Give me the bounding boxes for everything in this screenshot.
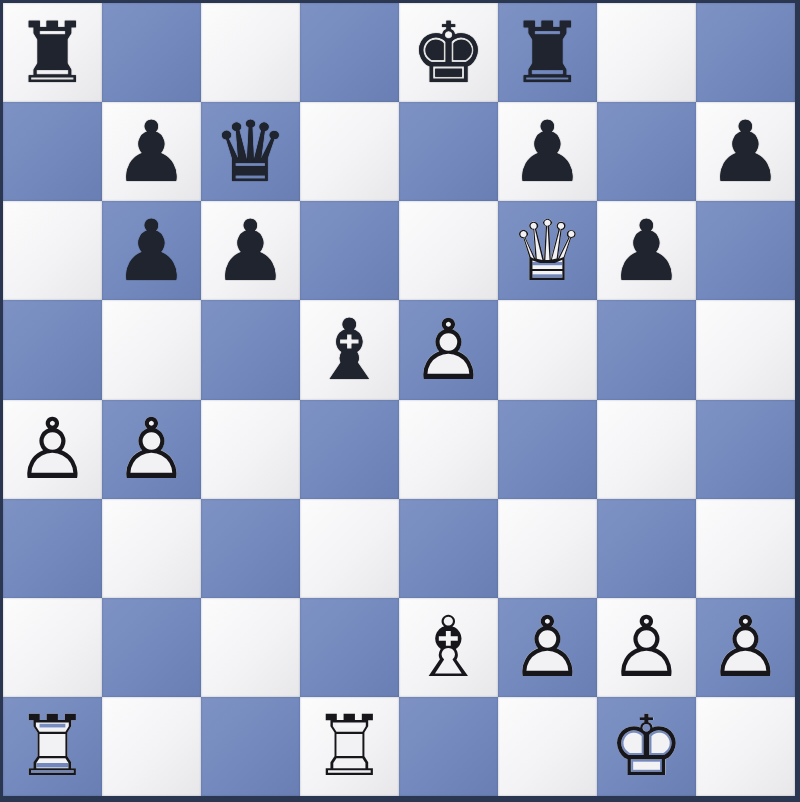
square-e8[interactable]: ♚♔	[399, 3, 498, 102]
square-a2[interactable]	[3, 598, 102, 697]
square-f8[interactable]: ♜♖	[498, 3, 597, 102]
square-d2[interactable]	[300, 598, 399, 697]
square-g6[interactable]: ♟♙	[597, 201, 696, 300]
piece-white-bishop[interactable]: ♝♗	[399, 598, 498, 697]
square-d6[interactable]	[300, 201, 399, 300]
square-b5[interactable]	[102, 300, 201, 399]
piece-white-pawn[interactable]: ♟♙	[3, 400, 102, 499]
square-h3[interactable]	[696, 499, 795, 598]
square-d3[interactable]	[300, 499, 399, 598]
square-b2[interactable]	[102, 598, 201, 697]
square-e2[interactable]: ♝♗	[399, 598, 498, 697]
board-frame: ♜♖♚♔♜♖♟♙♛♕♟♙♟♙♟♙♟♙♛♕♟♙♝♗♟♙♟♙♟♙♝♗♟♙♟♙♟♙♜♖…	[0, 0, 800, 802]
rook-glyph-outline: ♖	[498, 3, 597, 102]
king-glyph-outline: ♔	[597, 697, 696, 796]
square-c3[interactable]	[201, 499, 300, 598]
square-b4[interactable]: ♟♙	[102, 400, 201, 499]
piece-black-pawn[interactable]: ♟♙	[201, 201, 300, 300]
square-h8[interactable]	[696, 3, 795, 102]
square-d1[interactable]: ♜♖	[300, 697, 399, 796]
square-c5[interactable]	[201, 300, 300, 399]
king-glyph-outline: ♔	[399, 3, 498, 102]
square-e6[interactable]	[399, 201, 498, 300]
square-g7[interactable]	[597, 102, 696, 201]
pawn-glyph-outline: ♙	[696, 598, 795, 697]
square-g8[interactable]	[597, 3, 696, 102]
square-e1[interactable]	[399, 697, 498, 796]
square-a3[interactable]	[3, 499, 102, 598]
square-d8[interactable]	[300, 3, 399, 102]
square-g4[interactable]	[597, 400, 696, 499]
pawn-glyph-outline: ♙	[597, 201, 696, 300]
square-b1[interactable]	[102, 697, 201, 796]
rook-glyph-outline: ♖	[3, 697, 102, 796]
square-f4[interactable]	[498, 400, 597, 499]
bishop-glyph-outline: ♗	[399, 598, 498, 697]
square-d5[interactable]: ♝♗	[300, 300, 399, 399]
square-h6[interactable]	[696, 201, 795, 300]
square-h7[interactable]: ♟♙	[696, 102, 795, 201]
square-d4[interactable]	[300, 400, 399, 499]
piece-white-queen[interactable]: ♛♕	[498, 201, 597, 300]
square-f1[interactable]	[498, 697, 597, 796]
pawn-glyph-outline: ♙	[102, 102, 201, 201]
square-c2[interactable]	[201, 598, 300, 697]
square-b7[interactable]: ♟♙	[102, 102, 201, 201]
pawn-glyph-outline: ♙	[102, 201, 201, 300]
square-e4[interactable]	[399, 400, 498, 499]
piece-black-bishop[interactable]: ♝♗	[300, 300, 399, 399]
square-g3[interactable]	[597, 499, 696, 598]
pawn-glyph-outline: ♙	[597, 598, 696, 697]
square-a7[interactable]	[3, 102, 102, 201]
piece-black-pawn[interactable]: ♟♙	[102, 201, 201, 300]
square-b3[interactable]	[102, 499, 201, 598]
piece-black-pawn[interactable]: ♟♙	[696, 102, 795, 201]
piece-white-king[interactable]: ♚♔	[597, 697, 696, 796]
square-h4[interactable]	[696, 400, 795, 499]
square-c7[interactable]: ♛♕	[201, 102, 300, 201]
square-d7[interactable]	[300, 102, 399, 201]
rook-glyph-outline: ♖	[3, 3, 102, 102]
piece-black-rook[interactable]: ♜♖	[3, 3, 102, 102]
pawn-glyph-outline: ♙	[201, 201, 300, 300]
square-a6[interactable]	[3, 201, 102, 300]
pawn-glyph-outline: ♙	[399, 300, 498, 399]
queen-glyph-outline: ♕	[498, 201, 597, 300]
square-e3[interactable]	[399, 499, 498, 598]
square-a1[interactable]: ♜♖	[3, 697, 102, 796]
pawn-glyph-outline: ♙	[102, 400, 201, 499]
piece-black-pawn[interactable]: ♟♙	[597, 201, 696, 300]
piece-white-pawn[interactable]: ♟♙	[399, 300, 498, 399]
square-g1[interactable]: ♚♔	[597, 697, 696, 796]
piece-black-pawn[interactable]: ♟♙	[102, 102, 201, 201]
square-f6[interactable]: ♛♕	[498, 201, 597, 300]
square-f2[interactable]: ♟♙	[498, 598, 597, 697]
piece-black-queen[interactable]: ♛♕	[201, 102, 300, 201]
square-c6[interactable]: ♟♙	[201, 201, 300, 300]
square-a8[interactable]: ♜♖	[3, 3, 102, 102]
pawn-glyph-outline: ♙	[498, 102, 597, 201]
square-b8[interactable]	[102, 3, 201, 102]
pawn-glyph-outline: ♙	[3, 400, 102, 499]
square-f3[interactable]	[498, 499, 597, 598]
queen-glyph-outline: ♕	[201, 102, 300, 201]
square-e7[interactable]	[399, 102, 498, 201]
pawn-glyph-outline: ♙	[498, 598, 597, 697]
rook-glyph-outline: ♖	[300, 697, 399, 796]
square-f5[interactable]	[498, 300, 597, 399]
piece-black-pawn[interactable]: ♟♙	[498, 102, 597, 201]
square-c4[interactable]	[201, 400, 300, 499]
square-f7[interactable]: ♟♙	[498, 102, 597, 201]
piece-white-rook[interactable]: ♜♖	[3, 697, 102, 796]
square-g5[interactable]	[597, 300, 696, 399]
square-b6[interactable]: ♟♙	[102, 201, 201, 300]
square-h5[interactable]	[696, 300, 795, 399]
square-c8[interactable]	[201, 3, 300, 102]
square-h2[interactable]: ♟♙	[696, 598, 795, 697]
square-e5[interactable]: ♟♙	[399, 300, 498, 399]
square-a5[interactable]	[3, 300, 102, 399]
pawn-glyph-outline: ♙	[696, 102, 795, 201]
piece-black-rook[interactable]: ♜♖	[498, 3, 597, 102]
square-g2[interactable]: ♟♙	[597, 598, 696, 697]
bishop-glyph-outline: ♗	[300, 300, 399, 399]
square-a4[interactable]: ♟♙	[3, 400, 102, 499]
square-h1[interactable]	[696, 697, 795, 796]
piece-black-king[interactable]: ♚♔	[399, 3, 498, 102]
piece-white-rook[interactable]: ♜♖	[300, 697, 399, 796]
square-c1[interactable]	[201, 697, 300, 796]
piece-white-pawn[interactable]: ♟♙	[102, 400, 201, 499]
piece-white-pawn[interactable]: ♟♙	[696, 598, 795, 697]
piece-white-pawn[interactable]: ♟♙	[498, 598, 597, 697]
chess-board: ♜♖♚♔♜♖♟♙♛♕♟♙♟♙♟♙♟♙♛♕♟♙♝♗♟♙♟♙♟♙♝♗♟♙♟♙♟♙♜♖…	[3, 3, 795, 796]
piece-white-pawn[interactable]: ♟♙	[597, 598, 696, 697]
